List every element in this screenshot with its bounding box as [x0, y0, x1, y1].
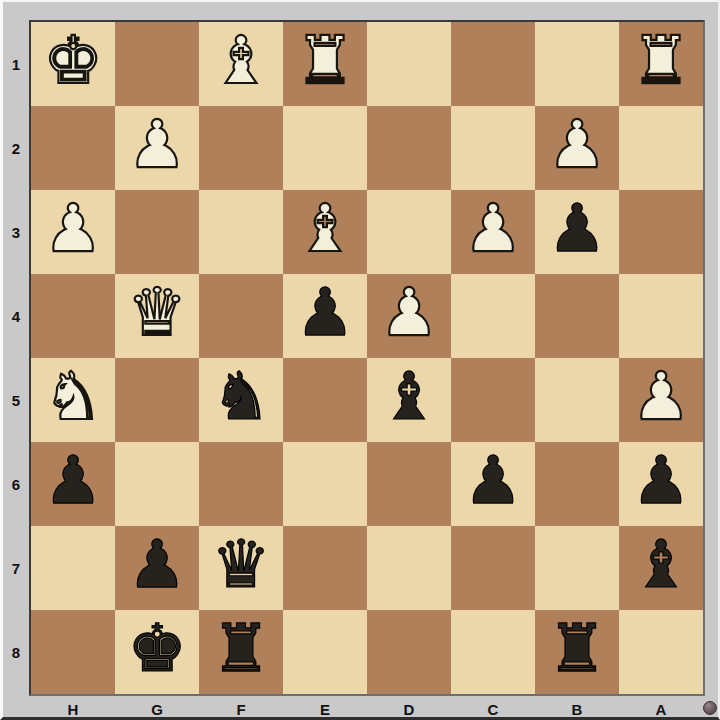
square-h5[interactable]: ♞: [31, 358, 115, 442]
square-a6[interactable]: ♟: [619, 442, 703, 526]
file-label-d: D: [367, 698, 451, 720]
black-pawn-piece: ♟: [631, 439, 690, 523]
file-labels: HGFEDCBA: [31, 698, 703, 720]
square-h7[interactable]: [31, 526, 115, 610]
square-h4[interactable]: [31, 274, 115, 358]
square-g5[interactable]: [115, 358, 199, 442]
black-rook-piece: ♜: [547, 607, 606, 691]
white-bishop-piece: ♝: [211, 19, 270, 103]
white-pawn-piece: ♟: [127, 103, 186, 187]
white-pawn-piece: ♟: [43, 187, 102, 271]
square-f4[interactable]: [199, 274, 283, 358]
black-pawn-piece: ♟: [43, 439, 102, 523]
white-knight-piece: ♞: [43, 355, 102, 439]
square-b6[interactable]: [535, 442, 619, 526]
square-e6[interactable]: [283, 442, 367, 526]
black-pawn-piece: ♟: [295, 271, 354, 355]
square-a4[interactable]: [619, 274, 703, 358]
square-d8[interactable]: [367, 610, 451, 694]
square-e8[interactable]: [283, 610, 367, 694]
black-bishop-piece: ♝: [631, 523, 690, 607]
square-c5[interactable]: [451, 358, 535, 442]
black-queen-piece: ♛: [211, 523, 270, 607]
square-a2[interactable]: [619, 106, 703, 190]
board-border: ♚♝♜♜♟♟♟♝♟♟♛♟♟♞♞♝♟♟♟♟♟♛♝♚♜♜: [29, 20, 705, 696]
rank-label-1: 1: [3, 22, 29, 106]
black-pawn-piece: ♟: [547, 187, 606, 271]
square-c7[interactable]: [451, 526, 535, 610]
square-e7[interactable]: [283, 526, 367, 610]
white-king-piece: ♚: [43, 19, 102, 103]
square-a7[interactable]: ♝: [619, 526, 703, 610]
square-f3[interactable]: [199, 190, 283, 274]
square-d4[interactable]: ♟: [367, 274, 451, 358]
rank-label-5: 5: [3, 358, 29, 442]
square-e1[interactable]: ♜: [283, 22, 367, 106]
black-pawn-piece: ♟: [463, 439, 522, 523]
square-d7[interactable]: [367, 526, 451, 610]
file-label-f: F: [199, 698, 283, 720]
white-pawn-piece: ♟: [379, 271, 438, 355]
square-b3[interactable]: ♟: [535, 190, 619, 274]
square-e3[interactable]: ♝: [283, 190, 367, 274]
file-label-e: E: [283, 698, 367, 720]
white-pawn-piece: ♟: [463, 187, 522, 271]
square-f2[interactable]: [199, 106, 283, 190]
square-c2[interactable]: [451, 106, 535, 190]
square-e4[interactable]: ♟: [283, 274, 367, 358]
square-f5[interactable]: ♞: [199, 358, 283, 442]
white-rook-piece: ♜: [631, 19, 690, 103]
square-g4[interactable]: ♛: [115, 274, 199, 358]
square-e5[interactable]: [283, 358, 367, 442]
square-b2[interactable]: ♟: [535, 106, 619, 190]
square-e2[interactable]: [283, 106, 367, 190]
rank-label-7: 7: [3, 526, 29, 610]
white-bishop-piece: ♝: [295, 187, 354, 271]
white-pawn-piece: ♟: [631, 355, 690, 439]
rank-label-2: 2: [3, 106, 29, 190]
black-king-piece: ♚: [127, 607, 186, 691]
white-pawn-piece: ♟: [547, 103, 606, 187]
square-a8[interactable]: [619, 610, 703, 694]
square-h1[interactable]: ♚: [31, 22, 115, 106]
square-d6[interactable]: [367, 442, 451, 526]
square-h8[interactable]: [31, 610, 115, 694]
square-f7[interactable]: ♛: [199, 526, 283, 610]
rank-label-4: 4: [3, 274, 29, 358]
square-c1[interactable]: [451, 22, 535, 106]
black-pawn-piece: ♟: [127, 523, 186, 607]
white-rook-piece: ♜: [295, 19, 354, 103]
rank-label-3: 3: [3, 190, 29, 274]
square-b7[interactable]: [535, 526, 619, 610]
square-g1[interactable]: [115, 22, 199, 106]
white-queen-piece: ♛: [127, 271, 186, 355]
square-g8[interactable]: ♚: [115, 610, 199, 694]
square-a1[interactable]: ♜: [619, 22, 703, 106]
square-g6[interactable]: [115, 442, 199, 526]
square-h6[interactable]: ♟: [31, 442, 115, 526]
square-c4[interactable]: [451, 274, 535, 358]
file-label-h: H: [31, 698, 115, 720]
square-c6[interactable]: ♟: [451, 442, 535, 526]
file-label-b: B: [535, 698, 619, 720]
square-d1[interactable]: [367, 22, 451, 106]
square-f6[interactable]: [199, 442, 283, 526]
square-c8[interactable]: [451, 610, 535, 694]
square-f1[interactable]: ♝: [199, 22, 283, 106]
square-g3[interactable]: [115, 190, 199, 274]
board-frame: 12345678 ♚♝♜♜♟♟♟♝♟♟♛♟♟♞♞♝♟♟♟♟♟♛♝♚♜♜ HGFE…: [0, 0, 720, 720]
square-a5[interactable]: ♟: [619, 358, 703, 442]
square-c3[interactable]: ♟: [451, 190, 535, 274]
square-b8[interactable]: ♜: [535, 610, 619, 694]
file-label-a: A: [619, 698, 703, 720]
side-to-move-indicator: [703, 701, 717, 715]
square-b4[interactable]: [535, 274, 619, 358]
square-d3[interactable]: [367, 190, 451, 274]
square-g7[interactable]: ♟: [115, 526, 199, 610]
black-bishop-piece: ♝: [379, 355, 438, 439]
square-h2[interactable]: [31, 106, 115, 190]
square-h3[interactable]: ♟: [31, 190, 115, 274]
square-f8[interactable]: ♜: [199, 610, 283, 694]
rank-label-6: 6: [3, 442, 29, 526]
rank-label-8: 8: [3, 610, 29, 694]
file-label-c: C: [451, 698, 535, 720]
square-b5[interactable]: [535, 358, 619, 442]
black-knight-piece: ♞: [211, 355, 270, 439]
board: ♚♝♜♜♟♟♟♝♟♟♛♟♟♞♞♝♟♟♟♟♟♛♝♚♜♜: [31, 22, 703, 694]
square-b1[interactable]: [535, 22, 619, 106]
square-d5[interactable]: ♝: [367, 358, 451, 442]
file-label-g: G: [115, 698, 199, 720]
square-g2[interactable]: ♟: [115, 106, 199, 190]
rank-labels: 12345678: [3, 22, 29, 694]
square-d2[interactable]: [367, 106, 451, 190]
black-rook-piece: ♜: [211, 607, 270, 691]
square-a3[interactable]: [619, 190, 703, 274]
